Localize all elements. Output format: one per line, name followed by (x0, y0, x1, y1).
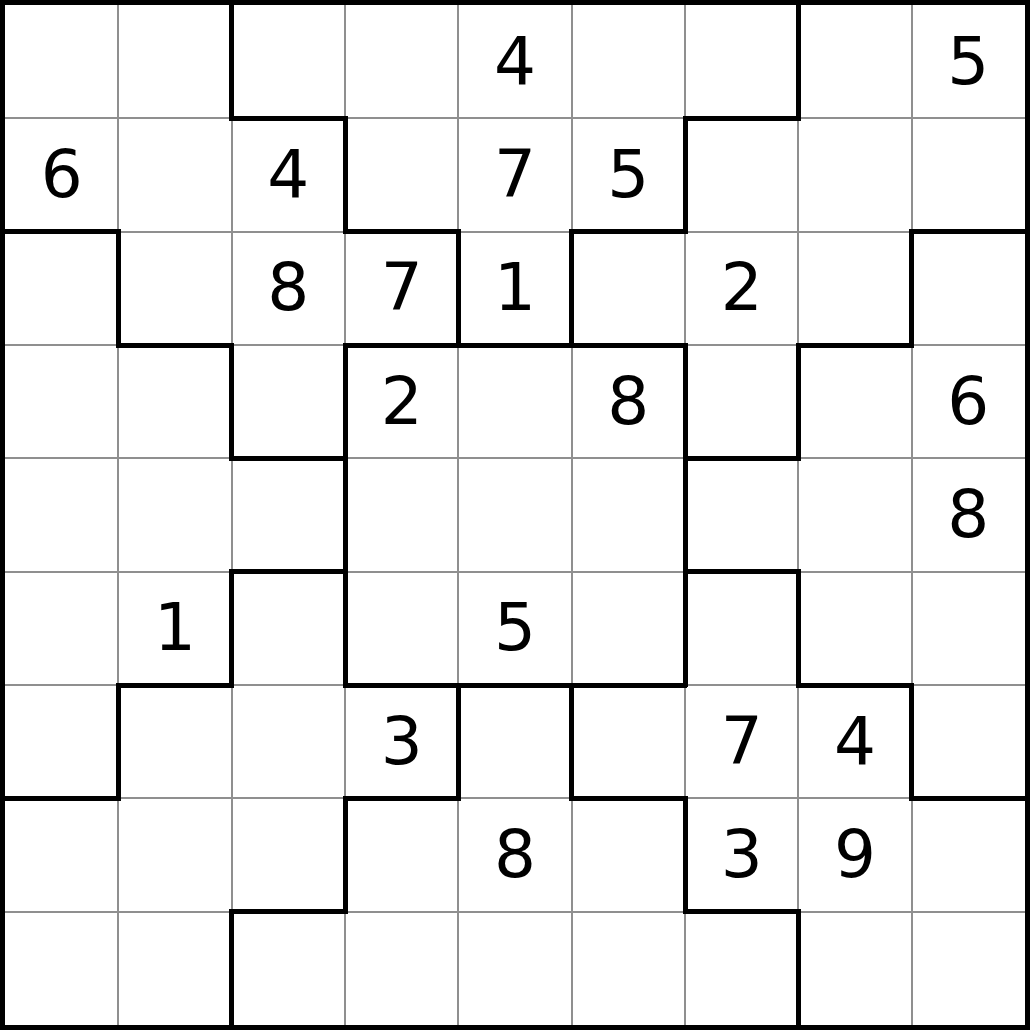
cell-r3c8[interactable] (798, 232, 911, 345)
cell-r2c9[interactable] (912, 118, 1025, 231)
cell-r3c9[interactable] (912, 232, 1025, 345)
cell-r6c6[interactable] (572, 572, 685, 685)
cell-r6c8[interactable] (798, 572, 911, 685)
cell-r6c9[interactable] (912, 572, 1025, 685)
cell-r6c2[interactable]: 1 (118, 572, 231, 685)
cell-r1c7[interactable] (685, 5, 798, 118)
cell-r4c1[interactable] (5, 345, 118, 458)
cell-r2c4[interactable] (345, 118, 458, 231)
cell-r5c1[interactable] (5, 458, 118, 571)
cell-r1c2[interactable] (118, 5, 231, 118)
board-grid: 4564758712286815374839 (5, 5, 1025, 1025)
cell-r3c6[interactable] (572, 232, 685, 345)
cell-r7c3[interactable] (232, 685, 345, 798)
cell-r8c5[interactable]: 8 (458, 798, 571, 911)
cell-r2c3[interactable]: 4 (232, 118, 345, 231)
cell-r3c2[interactable] (118, 232, 231, 345)
cell-r5c2[interactable] (118, 458, 231, 571)
cell-r7c7[interactable]: 7 (685, 685, 798, 798)
cell-r9c2[interactable] (118, 912, 231, 1025)
cell-r6c1[interactable] (5, 572, 118, 685)
cell-r4c7[interactable] (685, 345, 798, 458)
cell-r4c5[interactable] (458, 345, 571, 458)
cell-r7c9[interactable] (912, 685, 1025, 798)
cell-r4c9[interactable]: 6 (912, 345, 1025, 458)
cell-r6c3[interactable] (232, 572, 345, 685)
cell-r1c1[interactable] (5, 5, 118, 118)
cell-r5c9[interactable]: 8 (912, 458, 1025, 571)
cell-r8c9[interactable] (912, 798, 1025, 911)
cell-r8c6[interactable] (572, 798, 685, 911)
cell-r2c5[interactable]: 7 (458, 118, 571, 231)
cell-r5c7[interactable] (685, 458, 798, 571)
cell-r5c5[interactable] (458, 458, 571, 571)
cell-r6c5[interactable]: 5 (458, 572, 571, 685)
cell-r9c9[interactable] (912, 912, 1025, 1025)
cell-r7c4[interactable]: 3 (345, 685, 458, 798)
cell-r3c4[interactable]: 7 (345, 232, 458, 345)
cell-r9c4[interactable] (345, 912, 458, 1025)
cell-r2c1[interactable]: 6 (5, 118, 118, 231)
cell-r2c8[interactable] (798, 118, 911, 231)
cell-r8c1[interactable] (5, 798, 118, 911)
cell-r8c7[interactable]: 3 (685, 798, 798, 911)
cell-r9c3[interactable] (232, 912, 345, 1025)
cell-r2c6[interactable]: 5 (572, 118, 685, 231)
cell-r2c7[interactable] (685, 118, 798, 231)
cell-r3c5[interactable]: 1 (458, 232, 571, 345)
cell-r5c6[interactable] (572, 458, 685, 571)
cell-r9c8[interactable] (798, 912, 911, 1025)
cell-r9c7[interactable] (685, 912, 798, 1025)
cell-r5c3[interactable] (232, 458, 345, 571)
cell-r4c4[interactable]: 2 (345, 345, 458, 458)
cell-r1c4[interactable] (345, 5, 458, 118)
cell-r1c3[interactable] (232, 5, 345, 118)
cell-r4c8[interactable] (798, 345, 911, 458)
cell-r4c2[interactable] (118, 345, 231, 458)
cell-r9c1[interactable] (5, 912, 118, 1025)
cell-r3c1[interactable] (5, 232, 118, 345)
cell-r8c8[interactable]: 9 (798, 798, 911, 911)
cell-r4c6[interactable]: 8 (572, 345, 685, 458)
cell-r5c8[interactable] (798, 458, 911, 571)
cell-r7c1[interactable] (5, 685, 118, 798)
cell-r5c4[interactable] (345, 458, 458, 571)
cell-r7c5[interactable] (458, 685, 571, 798)
cell-r3c7[interactable]: 2 (685, 232, 798, 345)
cell-r1c5[interactable]: 4 (458, 5, 571, 118)
cell-r1c6[interactable] (572, 5, 685, 118)
cell-r8c4[interactable] (345, 798, 458, 911)
cell-r8c3[interactable] (232, 798, 345, 911)
cell-r1c8[interactable] (798, 5, 911, 118)
cell-r4c3[interactable] (232, 345, 345, 458)
cell-r1c9[interactable]: 5 (912, 5, 1025, 118)
cell-r7c8[interactable]: 4 (798, 685, 911, 798)
cell-r8c2[interactable] (118, 798, 231, 911)
cell-r7c6[interactable] (572, 685, 685, 798)
cell-r6c4[interactable] (345, 572, 458, 685)
jigsaw-sudoku-board: 4564758712286815374839 (0, 0, 1030, 1030)
cell-r7c2[interactable] (118, 685, 231, 798)
cell-r9c6[interactable] (572, 912, 685, 1025)
cell-r9c5[interactable] (458, 912, 571, 1025)
cell-r6c7[interactable] (685, 572, 798, 685)
cell-r2c2[interactable] (118, 118, 231, 231)
cell-r3c3[interactable]: 8 (232, 232, 345, 345)
